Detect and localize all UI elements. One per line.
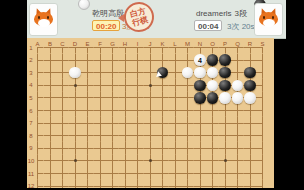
board-cell-A4[interactable]: [31, 79, 44, 92]
board-cell-M5[interactable]: [181, 92, 194, 105]
board-cell-C2[interactable]: [56, 54, 69, 67]
left-player-avatar[interactable]: [29, 3, 58, 36]
white-stone-badge-icon: [78, 0, 90, 10]
board-cell-L2[interactable]: [169, 54, 182, 67]
board-cell-L8[interactable]: [169, 129, 182, 142]
board-cell-P4[interactable]: [219, 79, 232, 92]
board-cell-C9[interactable]: [56, 142, 69, 155]
board-cell-K7[interactable]: [156, 117, 169, 130]
go-board: ABCDEFGHIJKLMNOPQRS 123456789101112 4: [27, 38, 274, 190]
board-cell-Q5[interactable]: [231, 92, 244, 105]
board-cell-K10[interactable]: [156, 155, 169, 168]
stone-white-O3: [207, 67, 218, 78]
board-cell-E9[interactable]: [81, 142, 94, 155]
board-cell-C10[interactable]: [56, 155, 69, 168]
board-cell-G5[interactable]: [106, 92, 119, 105]
board-cell-G8[interactable]: [106, 129, 119, 142]
board-cell-M8[interactable]: [181, 129, 194, 142]
right-player-timer: 00:04: [194, 20, 222, 31]
board-cell-E1[interactable]: [81, 41, 94, 54]
board-cell-A7[interactable]: [31, 117, 44, 130]
board-cell-I11[interactable]: [131, 167, 144, 180]
board-grid: 4: [31, 41, 269, 190]
board-cell-D11[interactable]: [69, 167, 82, 180]
stone-white-P5: [219, 92, 230, 103]
board-cell-I2[interactable]: [131, 54, 144, 67]
board-cell-I6[interactable]: [131, 104, 144, 117]
board-cell-M3[interactable]: [181, 66, 194, 79]
board-cell-Q1[interactable]: [231, 41, 244, 54]
board-cell-K9[interactable]: [156, 142, 169, 155]
board-cell-C4[interactable]: [56, 79, 69, 92]
board-cell-H8[interactable]: [119, 129, 132, 142]
board-cell-R8[interactable]: [244, 129, 257, 142]
board-cell-O8[interactable]: [206, 129, 219, 142]
board-cell-G10[interactable]: [106, 155, 119, 168]
board-cell-O5[interactable]: [206, 92, 219, 105]
board-cell-M1[interactable]: [181, 41, 194, 54]
board-cell-G6[interactable]: [106, 104, 119, 117]
board-cell-K11[interactable]: [156, 167, 169, 180]
board-cell-E6[interactable]: [81, 104, 94, 117]
board-cell-J3[interactable]: [144, 66, 157, 79]
board-cell-O4[interactable]: [206, 79, 219, 92]
stone-white-R5: [244, 92, 255, 103]
board-cell-D3[interactable]: [69, 66, 82, 79]
stone-black-N5: [194, 92, 205, 103]
board-cell-M11[interactable]: [181, 167, 194, 180]
board-cell-H5[interactable]: [119, 92, 132, 105]
move-number-label: 4: [198, 57, 202, 64]
board-cell-N6[interactable]: [194, 104, 207, 117]
board-cell-E11[interactable]: [81, 167, 94, 180]
board-cell-Q11[interactable]: [231, 167, 244, 180]
board-cell-E7[interactable]: [81, 117, 94, 130]
board-cell-L7[interactable]: [169, 117, 182, 130]
board-cell-R9[interactable]: [244, 142, 257, 155]
board-cell-G9[interactable]: [106, 142, 119, 155]
board-cell-B7[interactable]: [44, 117, 57, 130]
board-cell-P2[interactable]: [219, 54, 232, 67]
board-cell-H2[interactable]: [119, 54, 132, 67]
board-cell-A1[interactable]: [31, 41, 44, 54]
board-cell-A9[interactable]: [31, 142, 44, 155]
board-cell-H3[interactable]: [119, 66, 132, 79]
board-cell-C8[interactable]: [56, 129, 69, 142]
board-cell-A11[interactable]: [31, 167, 44, 180]
board-cell-I7[interactable]: [131, 117, 144, 130]
board-cell-F5[interactable]: [94, 92, 107, 105]
board-cell-F9[interactable]: [94, 142, 107, 155]
board-cell-J5[interactable]: [144, 92, 157, 105]
board-cell-P11[interactable]: [219, 167, 232, 180]
board-cell-K1[interactable]: [156, 41, 169, 54]
board-cell-J7[interactable]: [144, 117, 157, 130]
board-cell-C11[interactable]: [56, 167, 69, 180]
board-cell-S6[interactable]: [256, 104, 269, 117]
board-cell-M7[interactable]: [181, 117, 194, 130]
stone-white-D3: [69, 67, 80, 78]
stone-white-Q5: [232, 92, 243, 103]
board-cell-B8[interactable]: [44, 129, 57, 142]
board-cell-D8[interactable]: [69, 129, 82, 142]
board-cell-M4[interactable]: [181, 79, 194, 92]
board-cell-N8[interactable]: [194, 129, 207, 142]
right-player-byoyomi: 3次 20s: [227, 21, 255, 32]
stone-black-P3: [219, 67, 230, 78]
board-cell-S4[interactable]: [256, 79, 269, 92]
board-cell-O9[interactable]: [206, 142, 219, 155]
stone-black-O2: [207, 54, 218, 65]
board-cell-N10[interactable]: [194, 155, 207, 168]
board-cell-I4[interactable]: [131, 79, 144, 92]
stone-black-R3: [244, 67, 255, 78]
board-cell-P7[interactable]: [219, 117, 232, 130]
board-cell-H4[interactable]: [119, 79, 132, 92]
board-cell-D6[interactable]: [69, 104, 82, 117]
board-cell-P6[interactable]: [219, 104, 232, 117]
board-cell-F6[interactable]: [94, 104, 107, 117]
board-cell-Q10[interactable]: [231, 155, 244, 168]
board-cell-E10[interactable]: [81, 155, 94, 168]
board-cell-P8[interactable]: [219, 129, 232, 142]
board-cell-B9[interactable]: [44, 142, 57, 155]
fox-avatar-icon: [258, 9, 279, 29]
board-cell-J11[interactable]: [144, 167, 157, 180]
board-cell-F1[interactable]: [94, 41, 107, 54]
board-cell-Q3[interactable]: [231, 66, 244, 79]
stone-black-N4: [194, 80, 205, 91]
board-cell-N4[interactable]: [194, 79, 207, 92]
board-cell-R2[interactable]: [244, 54, 257, 67]
stone-black-R4: [244, 80, 255, 91]
board-cell-B4[interactable]: [44, 79, 57, 92]
board-cell-I9[interactable]: [131, 142, 144, 155]
board-cell-L3[interactable]: [169, 66, 182, 79]
fox-avatar-icon: [33, 9, 54, 29]
board-cell-A2[interactable]: [31, 54, 44, 67]
board-cell-K8[interactable]: [156, 129, 169, 142]
top-bar: 乾明高殷3段 00:20 3次 20s 白方 行棋 dreamerls3段 00…: [27, 0, 286, 39]
board-cell-M6[interactable]: [181, 104, 194, 117]
board-cell-Q4[interactable]: [231, 79, 244, 92]
board-cell-B3[interactable]: [44, 66, 57, 79]
board-cell-J1[interactable]: [144, 41, 157, 54]
board-cell-S9[interactable]: [256, 142, 269, 155]
board-cell-I1[interactable]: [131, 41, 144, 54]
board-cell-C6[interactable]: [56, 104, 69, 117]
board-cell-A8[interactable]: [31, 129, 44, 142]
board-cell-H7[interactable]: [119, 117, 132, 130]
board-cell-D1[interactable]: [69, 41, 82, 54]
right-player-rank: 3段: [235, 9, 247, 18]
board-cell-A3[interactable]: [31, 66, 44, 79]
board-cell-K2[interactable]: [156, 54, 169, 67]
board-cell-G3[interactable]: [106, 66, 119, 79]
board-cell-J6[interactable]: [144, 104, 157, 117]
board-cell-O11[interactable]: [206, 167, 219, 180]
board-cell-E2[interactable]: [81, 54, 94, 67]
board-cell-P1[interactable]: [219, 41, 232, 54]
board-cell-N3[interactable]: [194, 66, 207, 79]
board-cell-G2[interactable]: [106, 54, 119, 67]
board-cell-J4[interactable]: [144, 79, 157, 92]
board-cell-S2[interactable]: [256, 54, 269, 67]
stone-white-N3: [194, 67, 205, 78]
board-cell-N2[interactable]: 4: [194, 54, 207, 67]
board-cell-G4[interactable]: [106, 79, 119, 92]
left-player-timer: 00:20: [92, 20, 120, 31]
board-cell-A5[interactable]: [31, 92, 44, 105]
board-cell-F3[interactable]: [94, 66, 107, 79]
board-cell-C5[interactable]: [56, 92, 69, 105]
board-cell-S7[interactable]: [256, 117, 269, 130]
board-cell-I3[interactable]: [131, 66, 144, 79]
board-cell-S3[interactable]: [256, 66, 269, 79]
stone-black-P4: [219, 80, 230, 91]
board-cell-M2[interactable]: [181, 54, 194, 67]
board-cell-Q8[interactable]: [231, 129, 244, 142]
board-cell-R5[interactable]: [244, 92, 257, 105]
board-cell-D5[interactable]: [69, 92, 82, 105]
board-cell-P5[interactable]: [219, 92, 232, 105]
board-cell-R4[interactable]: [244, 79, 257, 92]
board-cell-E4[interactable]: [81, 79, 94, 92]
board-cell-J10[interactable]: [144, 155, 157, 168]
board-cell-N1[interactable]: [194, 41, 207, 54]
board-cell-R6[interactable]: [244, 104, 257, 117]
board-cell-O7[interactable]: [206, 117, 219, 130]
stone-black-P2: [219, 54, 230, 65]
board-cell-O1[interactable]: [206, 41, 219, 54]
board-cell-C3[interactable]: [56, 66, 69, 79]
stone-white-N2: 4: [194, 54, 205, 65]
board-cell-O6[interactable]: [206, 104, 219, 117]
board-cell-J9[interactable]: [144, 142, 157, 155]
right-player-avatar[interactable]: [254, 3, 283, 36]
board-cell-H9[interactable]: [119, 142, 132, 155]
board-cell-P9[interactable]: [219, 142, 232, 155]
stone-black-K3: [157, 67, 168, 78]
board-cell-L6[interactable]: [169, 104, 182, 117]
board-cell-K3[interactable]: [156, 66, 169, 79]
board-cell-H6[interactable]: [119, 104, 132, 117]
board-cell-N7[interactable]: [194, 117, 207, 130]
board-cell-L9[interactable]: [169, 142, 182, 155]
board-cell-Q6[interactable]: [231, 104, 244, 117]
board-cell-O10[interactable]: [206, 155, 219, 168]
board-cell-S1[interactable]: [256, 41, 269, 54]
board-cell-G11[interactable]: [106, 167, 119, 180]
board-cell-M10[interactable]: [181, 155, 194, 168]
board-cell-S8[interactable]: [256, 129, 269, 142]
board-cell-G1[interactable]: [106, 41, 119, 54]
board-cell-J8[interactable]: [144, 129, 157, 142]
board-cell-N5[interactable]: [194, 92, 207, 105]
board-cell-B5[interactable]: [44, 92, 57, 105]
board-cell-G7[interactable]: [106, 117, 119, 130]
board-cell-F11[interactable]: [94, 167, 107, 180]
board-cell-L10[interactable]: [169, 155, 182, 168]
board-cell-D7[interactable]: [69, 117, 82, 130]
board-cell-S11[interactable]: [256, 167, 269, 180]
board-cell-L5[interactable]: [169, 92, 182, 105]
board-cell-F2[interactable]: [94, 54, 107, 67]
board-cell-D4[interactable]: [69, 79, 82, 92]
board-cell-S10[interactable]: [256, 155, 269, 168]
board-cell-Q9[interactable]: [231, 142, 244, 155]
board-cell-D9[interactable]: [69, 142, 82, 155]
board-cell-E5[interactable]: [81, 92, 94, 105]
letterbox-strip: [0, 188, 304, 190]
board-cell-R1[interactable]: [244, 41, 257, 54]
board-cell-B11[interactable]: [44, 167, 57, 180]
board-cell-A10[interactable]: [31, 155, 44, 168]
board-cell-L11[interactable]: [169, 167, 182, 180]
board-cell-H11[interactable]: [119, 167, 132, 180]
board-cell-D2[interactable]: [69, 54, 82, 67]
board-cell-N9[interactable]: [194, 142, 207, 155]
board-cell-I8[interactable]: [131, 129, 144, 142]
board-cell-K5[interactable]: [156, 92, 169, 105]
board-cell-F10[interactable]: [94, 155, 107, 168]
stone-white-M3: [182, 67, 193, 78]
board-cell-F4[interactable]: [94, 79, 107, 92]
board-cell-P10[interactable]: [219, 155, 232, 168]
board-cell-C1[interactable]: [56, 41, 69, 54]
board-cell-A6[interactable]: [31, 104, 44, 117]
right-player-name: dreamerls3段: [196, 8, 247, 19]
board-cell-E8[interactable]: [81, 129, 94, 142]
board-cell-F7[interactable]: [94, 117, 107, 130]
board-cell-Q2[interactable]: [231, 54, 244, 67]
board-cell-B10[interactable]: [44, 155, 57, 168]
stone-white-O4: [207, 80, 218, 91]
board-cell-B2[interactable]: [44, 54, 57, 67]
board-cell-L4[interactable]: [169, 79, 182, 92]
board-cell-N11[interactable]: [194, 167, 207, 180]
board-cell-R3[interactable]: [244, 66, 257, 79]
stone-black-O5: [207, 92, 218, 103]
board-cell-K4[interactable]: [156, 79, 169, 92]
board-cell-F8[interactable]: [94, 129, 107, 142]
board-cell-B6[interactable]: [44, 104, 57, 117]
board-cell-O2[interactable]: [206, 54, 219, 67]
board-cell-R11[interactable]: [244, 167, 257, 180]
board-cell-C7[interactable]: [56, 117, 69, 130]
board-cell-K6[interactable]: [156, 104, 169, 117]
board-cell-O3[interactable]: [206, 66, 219, 79]
board-cell-R7[interactable]: [244, 117, 257, 130]
board-cell-I5[interactable]: [131, 92, 144, 105]
board-cell-B1[interactable]: [44, 41, 57, 54]
board-cell-Q7[interactable]: [231, 117, 244, 130]
board-cell-L1[interactable]: [169, 41, 182, 54]
stone-white-Q4: [232, 80, 243, 91]
board-cell-I10[interactable]: [131, 155, 144, 168]
board-cell-R10[interactable]: [244, 155, 257, 168]
board-cell-S5[interactable]: [256, 92, 269, 105]
board-cell-E3[interactable]: [81, 66, 94, 79]
last-move-marker-icon: [156, 71, 163, 78]
board-cell-P3[interactable]: [219, 66, 232, 79]
board-cell-J2[interactable]: [144, 54, 157, 67]
board-cell-D10[interactable]: [69, 155, 82, 168]
board-cell-M9[interactable]: [181, 142, 194, 155]
board-cell-H10[interactable]: [119, 155, 132, 168]
board-cell-H1[interactable]: [119, 41, 132, 54]
right-player-name-text: dreamerls: [196, 9, 232, 18]
app-screen: 乾明高殷3段 00:20 3次 20s 白方 行棋 dreamerls3段 00…: [0, 0, 304, 190]
